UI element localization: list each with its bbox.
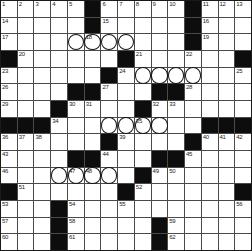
cell-r9c3[interactable]: 38 xyxy=(34,134,50,150)
clue-number: 22 xyxy=(186,51,192,58)
cell-r12c11[interactable] xyxy=(168,184,184,200)
cell-r6c3[interactable] xyxy=(34,84,50,100)
cell-r1c6 xyxy=(85,1,101,17)
cell-r12c15 xyxy=(235,184,251,200)
clue-number: 6 xyxy=(102,1,105,8)
clue-number: 32 xyxy=(153,101,159,108)
cell-r6c8[interactable] xyxy=(118,84,134,100)
cell-r3c9[interactable] xyxy=(135,34,151,50)
clue-number: 15 xyxy=(102,18,108,25)
cell-r9c12 xyxy=(185,134,201,150)
clue-number: 48 xyxy=(86,168,92,175)
cell-r4c6[interactable] xyxy=(85,51,101,67)
clue-number: 27 xyxy=(102,84,108,91)
cell-r12c4[interactable] xyxy=(51,184,67,200)
clue-number: 25 xyxy=(236,68,242,75)
cell-r4c15 xyxy=(235,51,251,67)
cell-r10c1[interactable]: 43 xyxy=(1,151,17,167)
cell-r11c13[interactable] xyxy=(202,168,218,184)
cell-r12c10[interactable] xyxy=(152,184,168,200)
cell-r13c1[interactable]: 53 xyxy=(1,201,17,217)
cell-r13c13[interactable] xyxy=(202,201,218,217)
cell-r15c1[interactable]: 60 xyxy=(1,234,17,250)
circle-marker xyxy=(151,117,167,133)
clue-number: 9 xyxy=(153,1,156,8)
cell-r9c6[interactable] xyxy=(85,134,101,150)
cell-r14c2[interactable] xyxy=(18,218,34,234)
cell-r10c7[interactable]: 44 xyxy=(101,151,117,167)
clue-number: 20 xyxy=(19,51,25,58)
cell-r2c14[interactable] xyxy=(219,18,235,34)
cell-r2c4[interactable] xyxy=(51,18,67,34)
cell-r10c12[interactable]: 45 xyxy=(185,151,201,167)
cell-r3c11[interactable] xyxy=(168,34,184,50)
cell-r11c6[interactable]: 48 xyxy=(85,168,101,184)
clue-number: 12 xyxy=(220,1,226,8)
cell-r5c11[interactable] xyxy=(168,68,184,84)
cell-r8c4[interactable]: 34 xyxy=(51,118,67,134)
clue-number: 1 xyxy=(2,1,5,8)
cell-r12c13[interactable] xyxy=(202,184,218,200)
cell-r6c5 xyxy=(68,84,84,100)
cell-r7c2[interactable] xyxy=(18,101,34,117)
clue-number: 28 xyxy=(186,84,192,91)
cell-r13c2[interactable] xyxy=(18,201,34,217)
cell-r2c1[interactable]: 14 xyxy=(1,18,17,34)
cell-r15c2[interactable] xyxy=(18,234,34,250)
cell-r7c9 xyxy=(135,101,151,117)
cell-r15c10 xyxy=(152,234,168,250)
circle-marker xyxy=(51,167,67,183)
cell-r4c11[interactable] xyxy=(168,51,184,67)
clue-number: 45 xyxy=(186,151,192,158)
cell-r7c3[interactable] xyxy=(34,101,50,117)
cell-r8c13 xyxy=(202,118,218,134)
cell-r11c2[interactable] xyxy=(18,168,34,184)
clue-number: 33 xyxy=(169,101,175,108)
cell-r15c15[interactable] xyxy=(235,234,251,250)
cell-r4c12[interactable]: 22 xyxy=(185,51,201,67)
cell-r3c7[interactable] xyxy=(101,34,117,50)
cell-r5c10[interactable] xyxy=(152,68,168,84)
cell-r13c7[interactable] xyxy=(101,201,117,217)
cell-r6c6 xyxy=(85,84,101,100)
cell-r3c1[interactable]: 17 xyxy=(1,34,17,50)
clue-number: 36 xyxy=(2,134,8,141)
cell-r14c14[interactable] xyxy=(219,218,235,234)
clue-number: 46 xyxy=(2,168,8,175)
cell-r14c15[interactable] xyxy=(235,218,251,234)
cell-r4c7[interactable] xyxy=(101,51,117,67)
cell-r2c3[interactable] xyxy=(34,18,50,34)
clue-number: 10 xyxy=(169,1,175,8)
cell-r4c8 xyxy=(118,51,134,67)
cell-r6c12[interactable]: 28 xyxy=(185,84,201,100)
cell-r13c14[interactable] xyxy=(219,201,235,217)
cell-r14c10 xyxy=(152,218,168,234)
cell-r12c6[interactable] xyxy=(85,184,101,200)
cell-r12c12[interactable] xyxy=(185,184,201,200)
cell-r4c14[interactable] xyxy=(219,51,235,67)
cell-r8c11[interactable] xyxy=(168,118,184,134)
cell-r9c10[interactable] xyxy=(152,134,168,150)
cell-r4c9[interactable]: 21 xyxy=(135,51,151,67)
cell-r1c7[interactable]: 6 xyxy=(101,1,117,17)
clue-number: 30 xyxy=(69,101,75,108)
cell-r3c12 xyxy=(185,34,201,50)
cell-r5c2[interactable] xyxy=(18,68,34,84)
cell-r10c11 xyxy=(168,151,184,167)
cell-r15c6[interactable] xyxy=(85,234,101,250)
cell-r3c15[interactable] xyxy=(235,34,251,50)
cell-r2c8[interactable] xyxy=(118,18,134,34)
cell-r4c1 xyxy=(1,51,17,67)
clue-number: 55 xyxy=(119,201,125,208)
cell-r2c5[interactable] xyxy=(68,18,84,34)
cell-r8c8[interactable] xyxy=(118,118,134,134)
circle-marker xyxy=(168,67,184,83)
cell-r6c9[interactable] xyxy=(135,84,151,100)
cell-r12c5[interactable] xyxy=(68,184,84,200)
cell-r11c3[interactable] xyxy=(34,168,50,184)
clue-number: 26 xyxy=(2,84,8,91)
cell-r3c13[interactable]: 19 xyxy=(202,34,218,50)
cell-r15c13[interactable] xyxy=(202,234,218,250)
cell-r8c1 xyxy=(1,118,17,134)
cell-r7c10[interactable]: 32 xyxy=(152,101,168,117)
cell-r3c4[interactable] xyxy=(51,34,67,50)
cell-r1c3[interactable]: 3 xyxy=(34,1,50,17)
cell-r2c9[interactable] xyxy=(135,18,151,34)
clue-number: 50 xyxy=(169,168,175,175)
cell-r7c5[interactable]: 30 xyxy=(68,101,84,117)
cell-r5c13[interactable] xyxy=(202,68,218,84)
clue-number: 53 xyxy=(2,201,8,208)
cell-r6c11 xyxy=(168,84,184,100)
cell-r1c11[interactable]: 10 xyxy=(168,1,184,17)
clue-number: 49 xyxy=(153,168,159,175)
cell-r6c10 xyxy=(152,84,168,100)
cell-r8c9[interactable]: 35 xyxy=(135,118,151,134)
cell-r7c7[interactable] xyxy=(101,101,117,117)
cell-r4c10[interactable] xyxy=(152,51,168,67)
cell-r15c12[interactable] xyxy=(185,234,201,250)
cell-r3c10[interactable] xyxy=(152,34,168,50)
cell-r12c8 xyxy=(118,184,134,200)
cell-r7c1[interactable]: 29 xyxy=(1,101,17,117)
clue-number: 44 xyxy=(102,151,108,158)
cell-r3c2[interactable] xyxy=(18,34,34,50)
cell-r11c4[interactable] xyxy=(51,168,67,184)
cell-r1c9[interactable]: 8 xyxy=(135,1,151,17)
cell-r15c14[interactable] xyxy=(219,234,235,250)
cell-r11c8[interactable] xyxy=(118,168,134,184)
cell-r10c8[interactable] xyxy=(118,151,134,167)
cell-r11c7[interactable] xyxy=(101,168,117,184)
cell-r1c13[interactable]: 11 xyxy=(202,1,218,17)
clue-number: 11 xyxy=(203,1,209,8)
cell-r2c12 xyxy=(185,18,201,34)
clue-number: 5 xyxy=(69,1,72,8)
cell-r1c8[interactable]: 7 xyxy=(118,1,134,17)
cell-r10c14[interactable] xyxy=(219,151,235,167)
cell-r11c1[interactable]: 46 xyxy=(1,168,17,184)
cell-r8c3 xyxy=(34,118,50,134)
cell-r14c9[interactable] xyxy=(135,218,151,234)
clue-number: 37 xyxy=(19,134,25,141)
cell-r7c14[interactable] xyxy=(219,101,235,117)
clue-number: 59 xyxy=(169,218,175,225)
cell-r9c2[interactable]: 37 xyxy=(18,134,34,150)
cell-r12c2[interactable]: 51 xyxy=(18,184,34,200)
circle-marker xyxy=(68,34,84,50)
cell-r10c5 xyxy=(68,151,84,167)
cell-r1c10[interactable]: 9 xyxy=(152,1,168,17)
cell-r11c14[interactable] xyxy=(219,168,235,184)
cell-r1c4[interactable]: 4 xyxy=(51,1,67,17)
cell-r6c1[interactable]: 26 xyxy=(1,84,17,100)
cell-r10c9[interactable] xyxy=(135,151,151,167)
cell-r5c12[interactable] xyxy=(185,68,201,84)
cell-r13c3[interactable] xyxy=(34,201,50,217)
cell-r7c6[interactable]: 31 xyxy=(85,101,101,117)
clue-number: 38 xyxy=(35,134,41,141)
cell-r1c14[interactable]: 12 xyxy=(219,1,235,17)
cell-r11c15[interactable] xyxy=(235,168,251,184)
cell-r9c5[interactable] xyxy=(68,134,84,150)
cell-r14c13[interactable] xyxy=(202,218,218,234)
cell-r8c7[interactable] xyxy=(101,118,117,134)
clue-number: 3 xyxy=(35,1,38,8)
cell-r14c3[interactable] xyxy=(34,218,50,234)
cell-r6c13[interactable] xyxy=(202,84,218,100)
cell-r8c14 xyxy=(219,118,235,134)
cell-r7c11[interactable]: 33 xyxy=(168,101,184,117)
cell-r14c11[interactable]: 59 xyxy=(168,218,184,234)
cell-r14c1[interactable]: 57 xyxy=(1,218,17,234)
clue-number: 62 xyxy=(169,234,175,241)
cell-r14c12[interactable] xyxy=(185,218,201,234)
cell-r12c14[interactable] xyxy=(219,184,235,200)
clue-number: 42 xyxy=(236,134,242,141)
cell-r10c4[interactable] xyxy=(51,151,67,167)
cell-r11c12[interactable] xyxy=(185,168,201,184)
cell-r9c13[interactable]: 40 xyxy=(202,134,218,150)
clue-number: 60 xyxy=(2,234,8,241)
clue-number: 54 xyxy=(69,201,75,208)
cell-r5c6[interactable] xyxy=(85,68,101,84)
cell-r5c8[interactable]: 24 xyxy=(118,68,134,84)
cell-r15c5[interactable]: 61 xyxy=(68,234,84,250)
cell-r1c12 xyxy=(185,1,201,17)
cell-r15c7[interactable] xyxy=(101,234,117,250)
cell-r15c8[interactable] xyxy=(118,234,134,250)
cell-r15c9[interactable] xyxy=(135,234,151,250)
cell-r7c8[interactable] xyxy=(118,101,134,117)
cell-r12c7[interactable] xyxy=(101,184,117,200)
cell-r13c8[interactable]: 55 xyxy=(118,201,134,217)
cell-r6c2[interactable] xyxy=(18,84,34,100)
cell-r15c4 xyxy=(51,234,67,250)
cell-r14c5[interactable]: 58 xyxy=(68,218,84,234)
circle-marker xyxy=(101,34,117,50)
cell-r11c10[interactable]: 49 xyxy=(152,168,168,184)
cell-r3c14[interactable] xyxy=(219,34,235,50)
cell-r1c1[interactable]: 1 xyxy=(1,1,17,17)
cell-r9c14[interactable]: 41 xyxy=(219,134,235,150)
cell-r7c4 xyxy=(51,101,67,117)
cell-r6c7[interactable]: 27 xyxy=(101,84,117,100)
cell-r8c12[interactable] xyxy=(185,118,201,134)
cell-r9c7 xyxy=(101,134,117,150)
clue-number: 29 xyxy=(2,101,8,108)
cell-r7c12[interactable] xyxy=(185,101,201,117)
circle-marker xyxy=(118,34,134,50)
circle-marker xyxy=(151,67,167,83)
cell-r13c4 xyxy=(51,201,67,217)
circle-marker xyxy=(101,167,117,183)
cell-r13c6[interactable] xyxy=(85,201,101,217)
cell-r8c10[interactable] xyxy=(152,118,168,134)
clue-number: 58 xyxy=(69,218,75,225)
clue-number: 16 xyxy=(203,18,209,25)
cell-r13c9[interactable] xyxy=(135,201,151,217)
cell-r12c9[interactable]: 52 xyxy=(135,184,151,200)
cell-r14c4 xyxy=(51,218,67,234)
clue-number: 61 xyxy=(69,234,75,241)
cell-r4c13[interactable] xyxy=(202,51,218,67)
cell-r10c15[interactable] xyxy=(235,151,251,167)
clue-number: 51 xyxy=(19,184,25,191)
cell-r10c2[interactable] xyxy=(18,151,34,167)
clue-number: 23 xyxy=(2,68,8,75)
cell-r14c7[interactable] xyxy=(101,218,117,234)
cell-r10c10 xyxy=(152,151,168,167)
clue-number: 34 xyxy=(52,118,58,125)
clue-number: 39 xyxy=(119,134,125,141)
cell-r9c9[interactable] xyxy=(135,134,151,150)
cell-r5c7 xyxy=(101,68,117,84)
clue-number: 31 xyxy=(86,101,92,108)
cell-r11c9 xyxy=(135,168,151,184)
circle-marker xyxy=(185,67,201,83)
cell-r13c10[interactable] xyxy=(152,201,168,217)
cell-r2c6 xyxy=(85,18,101,34)
cell-r7c13[interactable] xyxy=(202,101,218,117)
cell-r2c10[interactable] xyxy=(152,18,168,34)
cell-r5c15[interactable]: 25 xyxy=(235,68,251,84)
cell-r13c15[interactable]: 56 xyxy=(235,201,251,217)
cell-r11c5[interactable]: 47 xyxy=(68,168,84,184)
circle-marker xyxy=(101,117,117,133)
cell-r2c7[interactable]: 15 xyxy=(101,18,117,34)
cell-r10c6 xyxy=(85,151,101,167)
cell-r3c8[interactable] xyxy=(118,34,134,50)
clue-number: 13 xyxy=(236,1,242,8)
cell-r2c13[interactable]: 16 xyxy=(202,18,218,34)
cell-r13c12[interactable] xyxy=(185,201,201,217)
cell-r8c15 xyxy=(235,118,251,134)
cell-r3c6[interactable]: 18 xyxy=(85,34,101,50)
cell-r1c5[interactable]: 5 xyxy=(68,1,84,17)
cell-r4c5[interactable] xyxy=(68,51,84,67)
cell-r10c13[interactable] xyxy=(202,151,218,167)
clue-number: 2 xyxy=(19,1,22,8)
cell-r5c3[interactable] xyxy=(34,68,50,84)
cell-r2c15[interactable] xyxy=(235,18,251,34)
clue-number: 47 xyxy=(69,168,75,175)
circle-marker xyxy=(118,117,134,133)
cell-r5c4[interactable] xyxy=(51,68,67,84)
cell-r9c1[interactable]: 36 xyxy=(1,134,17,150)
cell-r4c4[interactable] xyxy=(51,51,67,67)
cell-r5c5[interactable] xyxy=(68,68,84,84)
cell-r8c2 xyxy=(18,118,34,134)
clue-number: 21 xyxy=(136,51,142,58)
cell-r8c5[interactable] xyxy=(68,118,84,134)
cell-r15c3[interactable] xyxy=(34,234,50,250)
clue-number: 35 xyxy=(136,118,142,125)
crossword-board: 1234567891011121314151617181920212223242… xyxy=(0,0,252,251)
clue-number: 17 xyxy=(2,34,8,41)
cell-r8c6[interactable] xyxy=(85,118,101,134)
cell-r13c5[interactable]: 54 xyxy=(68,201,84,217)
cell-r11c11[interactable]: 50 xyxy=(168,168,184,184)
cell-r1c15[interactable]: 13 xyxy=(235,1,251,17)
clue-number: 40 xyxy=(203,134,209,141)
cell-r5c9[interactable] xyxy=(135,68,151,84)
clue-number: 14 xyxy=(2,18,8,25)
cell-r2c11[interactable] xyxy=(168,18,184,34)
clue-number: 56 xyxy=(236,201,242,208)
clue-number: 52 xyxy=(136,184,142,191)
cell-r14c6[interactable] xyxy=(85,218,101,234)
cell-r5c1[interactable]: 23 xyxy=(1,68,17,84)
cell-r7c15[interactable] xyxy=(235,101,251,117)
cell-r4c2[interactable]: 20 xyxy=(18,51,34,67)
cell-r12c3[interactable] xyxy=(34,184,50,200)
cell-r3c5[interactable] xyxy=(68,34,84,50)
cell-r6c4[interactable] xyxy=(51,84,67,100)
clue-number: 19 xyxy=(203,34,209,41)
clue-number: 4 xyxy=(52,1,55,8)
cell-r3c3[interactable] xyxy=(34,34,50,50)
cell-r9c15[interactable]: 42 xyxy=(235,134,251,150)
cell-r4c3[interactable] xyxy=(34,51,50,67)
clue-number: 7 xyxy=(119,1,122,8)
cell-r9c4[interactable] xyxy=(51,134,67,150)
circle-marker xyxy=(135,67,151,83)
cell-r9c8[interactable]: 39 xyxy=(118,134,134,150)
clue-number: 41 xyxy=(220,134,226,141)
clue-number: 24 xyxy=(119,68,125,75)
cell-r14c8[interactable] xyxy=(118,218,134,234)
cell-r6c15[interactable] xyxy=(235,84,251,100)
clue-number: 43 xyxy=(2,151,8,158)
clue-number: 57 xyxy=(2,218,8,225)
cell-r13c11[interactable] xyxy=(168,201,184,217)
cell-r6c14[interactable] xyxy=(219,84,235,100)
cell-r15c11[interactable]: 62 xyxy=(168,234,184,250)
clue-number: 8 xyxy=(136,1,139,8)
cell-r2c2[interactable] xyxy=(18,18,34,34)
cell-r12c1 xyxy=(1,184,17,200)
cell-r10c3[interactable] xyxy=(34,151,50,167)
cell-r5c14[interactable] xyxy=(219,68,235,84)
cell-r9c11[interactable] xyxy=(168,134,184,150)
clue-number: 18 xyxy=(86,34,92,41)
cell-r1c2[interactable]: 2 xyxy=(18,1,34,17)
